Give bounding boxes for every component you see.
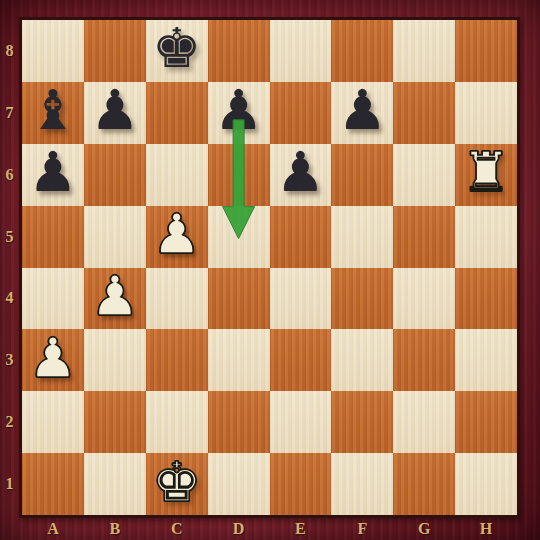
file-label-h: H — [455, 518, 517, 539]
square-h8[interactable] — [455, 20, 517, 82]
file-label-e: E — [270, 518, 332, 539]
square-h1[interactable] — [455, 453, 517, 515]
square-e8[interactable] — [270, 20, 332, 82]
piece-black-bishop[interactable]: ♝ — [28, 83, 77, 138]
square-f3[interactable] — [331, 329, 393, 391]
rank-label-4: 4 — [0, 268, 19, 330]
square-a4[interactable] — [22, 268, 84, 330]
file-label-c: C — [146, 518, 208, 539]
square-a3[interactable]: ♟ — [22, 329, 84, 391]
square-c1[interactable]: ♚ — [146, 453, 208, 515]
square-e4[interactable] — [270, 268, 332, 330]
board: ♚♝♟♟♟♟♟♜♟♟♟♚ — [22, 20, 517, 515]
rank-label-5: 5 — [0, 206, 19, 268]
square-a2[interactable] — [22, 391, 84, 453]
square-g3[interactable] — [393, 329, 455, 391]
square-d3[interactable] — [208, 329, 270, 391]
square-b5[interactable] — [84, 206, 146, 268]
piece-white-king[interactable]: ♚ — [152, 455, 201, 510]
rank-label-7: 7 — [0, 82, 19, 144]
piece-white-pawn[interactable]: ♟ — [90, 269, 139, 324]
square-g8[interactable] — [393, 20, 455, 82]
file-label-g: G — [393, 518, 455, 539]
square-h2[interactable] — [455, 391, 517, 453]
piece-black-pawn[interactable]: ♟ — [214, 83, 263, 138]
square-e1[interactable] — [270, 453, 332, 515]
square-a8[interactable] — [22, 20, 84, 82]
piece-black-pawn[interactable]: ♟ — [90, 83, 139, 138]
square-d7[interactable]: ♟ — [208, 82, 270, 144]
square-f8[interactable] — [331, 20, 393, 82]
square-d1[interactable] — [208, 453, 270, 515]
rank-label-1: 1 — [0, 453, 19, 515]
square-h3[interactable] — [455, 329, 517, 391]
rank-label-3: 3 — [0, 329, 19, 391]
piece-black-pawn[interactable]: ♟ — [276, 145, 325, 200]
rank-label-8: 8 — [0, 20, 19, 82]
square-h7[interactable] — [455, 82, 517, 144]
square-f2[interactable] — [331, 391, 393, 453]
file-label-f: F — [331, 518, 393, 539]
square-c5[interactable]: ♟ — [146, 206, 208, 268]
square-f4[interactable] — [331, 268, 393, 330]
square-b3[interactable] — [84, 329, 146, 391]
square-f6[interactable] — [331, 144, 393, 206]
square-a1[interactable] — [22, 453, 84, 515]
square-h6[interactable]: ♜ — [455, 144, 517, 206]
file-label-a: A — [22, 518, 84, 539]
square-b8[interactable] — [84, 20, 146, 82]
square-d2[interactable] — [208, 391, 270, 453]
square-d8[interactable] — [208, 20, 270, 82]
square-a7[interactable]: ♝ — [22, 82, 84, 144]
square-c6[interactable] — [146, 144, 208, 206]
square-f1[interactable] — [331, 453, 393, 515]
piece-white-pawn[interactable]: ♟ — [28, 331, 77, 386]
square-h4[interactable] — [455, 268, 517, 330]
square-c3[interactable] — [146, 329, 208, 391]
piece-white-rook[interactable]: ♜ — [461, 145, 510, 200]
piece-black-pawn[interactable]: ♟ — [28, 145, 77, 200]
square-e2[interactable] — [270, 391, 332, 453]
square-f5[interactable] — [331, 206, 393, 268]
square-c4[interactable] — [146, 268, 208, 330]
square-g6[interactable] — [393, 144, 455, 206]
square-d4[interactable] — [208, 268, 270, 330]
rank-label-6: 6 — [0, 144, 19, 206]
rank-label-2: 2 — [0, 391, 19, 453]
square-e7[interactable] — [270, 82, 332, 144]
piece-black-king[interactable]: ♚ — [152, 21, 201, 76]
square-b2[interactable] — [84, 391, 146, 453]
square-d6[interactable] — [208, 144, 270, 206]
square-d5[interactable] — [208, 206, 270, 268]
piece-white-pawn[interactable]: ♟ — [152, 207, 201, 262]
square-e5[interactable] — [270, 206, 332, 268]
square-b7[interactable]: ♟ — [84, 82, 146, 144]
square-g2[interactable] — [393, 391, 455, 453]
square-a6[interactable]: ♟ — [22, 144, 84, 206]
square-a5[interactable] — [22, 206, 84, 268]
square-c2[interactable] — [146, 391, 208, 453]
square-b4[interactable]: ♟ — [84, 268, 146, 330]
square-f7[interactable]: ♟ — [331, 82, 393, 144]
square-g1[interactable] — [393, 453, 455, 515]
square-c7[interactable] — [146, 82, 208, 144]
file-label-d: D — [208, 518, 270, 539]
square-g4[interactable] — [393, 268, 455, 330]
board-frame: ♚♝♟♟♟♟♟♜♟♟♟♚ 87654321ABCDEFGH — [0, 0, 540, 540]
piece-black-pawn[interactable]: ♟ — [338, 83, 387, 138]
square-e3[interactable] — [270, 329, 332, 391]
square-g5[interactable] — [393, 206, 455, 268]
square-c8[interactable]: ♚ — [146, 20, 208, 82]
square-g7[interactable] — [393, 82, 455, 144]
file-label-b: B — [84, 518, 146, 539]
square-b1[interactable] — [84, 453, 146, 515]
square-e6[interactable]: ♟ — [270, 144, 332, 206]
square-h5[interactable] — [455, 206, 517, 268]
square-b6[interactable] — [84, 144, 146, 206]
